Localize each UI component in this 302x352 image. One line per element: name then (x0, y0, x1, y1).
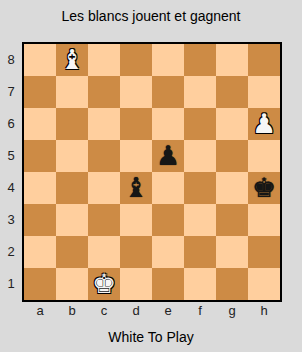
square-a3[interactable] (24, 204, 56, 236)
square-e4[interactable] (152, 172, 184, 204)
square-a4[interactable] (24, 172, 56, 204)
square-g7[interactable] (216, 76, 248, 108)
square-b7[interactable] (56, 76, 88, 108)
file-label-h: h (248, 302, 280, 320)
file-label-f: f (184, 302, 216, 320)
white-pawn-piece[interactable]: ♟ (248, 108, 280, 140)
black-king-piece[interactable]: ♚ (248, 172, 280, 204)
rank-label-7: 7 (0, 76, 22, 108)
file-labels: abcdefgh (24, 302, 280, 320)
square-e1[interactable] (152, 268, 184, 300)
rank-label-1: 1 (0, 268, 22, 300)
puzzle-title: Les blancs jouent et gagnent (0, 0, 302, 30)
square-c3[interactable] (88, 204, 120, 236)
square-a8[interactable] (24, 44, 56, 76)
square-h4[interactable]: ♚ (248, 172, 280, 204)
square-f1[interactable] (184, 268, 216, 300)
square-d2[interactable] (120, 236, 152, 268)
rank-label-6: 6 (0, 108, 22, 140)
square-h3[interactable] (248, 204, 280, 236)
square-g6[interactable] (216, 108, 248, 140)
black-pawn-piece[interactable]: ♟ (152, 140, 184, 172)
white-king-piece[interactable]: ♚ (88, 268, 120, 300)
square-c6[interactable] (88, 108, 120, 140)
black-bishop-piece[interactable]: ♝ (120, 172, 152, 204)
square-h1[interactable] (248, 268, 280, 300)
square-c8[interactable] (88, 44, 120, 76)
chess-board: ♝♟♟♝♚♚ (22, 42, 282, 302)
square-g2[interactable] (216, 236, 248, 268)
square-b2[interactable] (56, 236, 88, 268)
square-f6[interactable] (184, 108, 216, 140)
file-label-a: a (24, 302, 56, 320)
square-b8[interactable]: ♝ (56, 44, 88, 76)
square-h7[interactable] (248, 76, 280, 108)
rank-label-5: 5 (0, 140, 22, 172)
square-b6[interactable] (56, 108, 88, 140)
square-f7[interactable] (184, 76, 216, 108)
square-g3[interactable] (216, 204, 248, 236)
square-h2[interactable] (248, 236, 280, 268)
square-b1[interactable] (56, 268, 88, 300)
white-bishop-piece[interactable]: ♝ (56, 44, 88, 76)
square-h5[interactable] (248, 140, 280, 172)
file-label-e: e (152, 302, 184, 320)
square-d6[interactable] (120, 108, 152, 140)
square-g4[interactable] (216, 172, 248, 204)
rank-label-3: 3 (0, 204, 22, 236)
square-b5[interactable] (56, 140, 88, 172)
rank-label-2: 2 (0, 236, 22, 268)
square-a1[interactable] (24, 268, 56, 300)
square-c4[interactable] (88, 172, 120, 204)
square-d3[interactable] (120, 204, 152, 236)
square-e5[interactable]: ♟ (152, 140, 184, 172)
square-b3[interactable] (56, 204, 88, 236)
square-d8[interactable] (120, 44, 152, 76)
chess-puzzle-page: Les blancs jouent et gagnent 87654321 ♝♟… (0, 0, 302, 352)
square-c1[interactable]: ♚ (88, 268, 120, 300)
square-c7[interactable] (88, 76, 120, 108)
square-f3[interactable] (184, 204, 216, 236)
square-c2[interactable] (88, 236, 120, 268)
square-f8[interactable] (184, 44, 216, 76)
square-e3[interactable] (152, 204, 184, 236)
square-e7[interactable] (152, 76, 184, 108)
side-to-move-label: White To Play (0, 329, 302, 345)
file-label-c: c (88, 302, 120, 320)
square-g5[interactable] (216, 140, 248, 172)
rank-label-4: 4 (0, 172, 22, 204)
rank-label-8: 8 (0, 44, 22, 76)
square-a6[interactable] (24, 108, 56, 140)
square-g8[interactable] (216, 44, 248, 76)
square-a5[interactable] (24, 140, 56, 172)
square-a7[interactable] (24, 76, 56, 108)
rank-labels: 87654321 (0, 42, 22, 302)
square-h6[interactable]: ♟ (248, 108, 280, 140)
square-f5[interactable] (184, 140, 216, 172)
square-a2[interactable] (24, 236, 56, 268)
square-h8[interactable] (248, 44, 280, 76)
square-f4[interactable] (184, 172, 216, 204)
square-e6[interactable] (152, 108, 184, 140)
square-c5[interactable] (88, 140, 120, 172)
file-label-g: g (216, 302, 248, 320)
square-d1[interactable] (120, 268, 152, 300)
file-label-b: b (56, 302, 88, 320)
square-d5[interactable] (120, 140, 152, 172)
square-b4[interactable] (56, 172, 88, 204)
square-g1[interactable] (216, 268, 248, 300)
file-label-d: d (120, 302, 152, 320)
square-e8[interactable] (152, 44, 184, 76)
square-e2[interactable] (152, 236, 184, 268)
square-d4[interactable]: ♝ (120, 172, 152, 204)
board-area: 87654321 ♝♟♟♝♚♚ (0, 42, 302, 302)
square-d7[interactable] (120, 76, 152, 108)
square-f2[interactable] (184, 236, 216, 268)
